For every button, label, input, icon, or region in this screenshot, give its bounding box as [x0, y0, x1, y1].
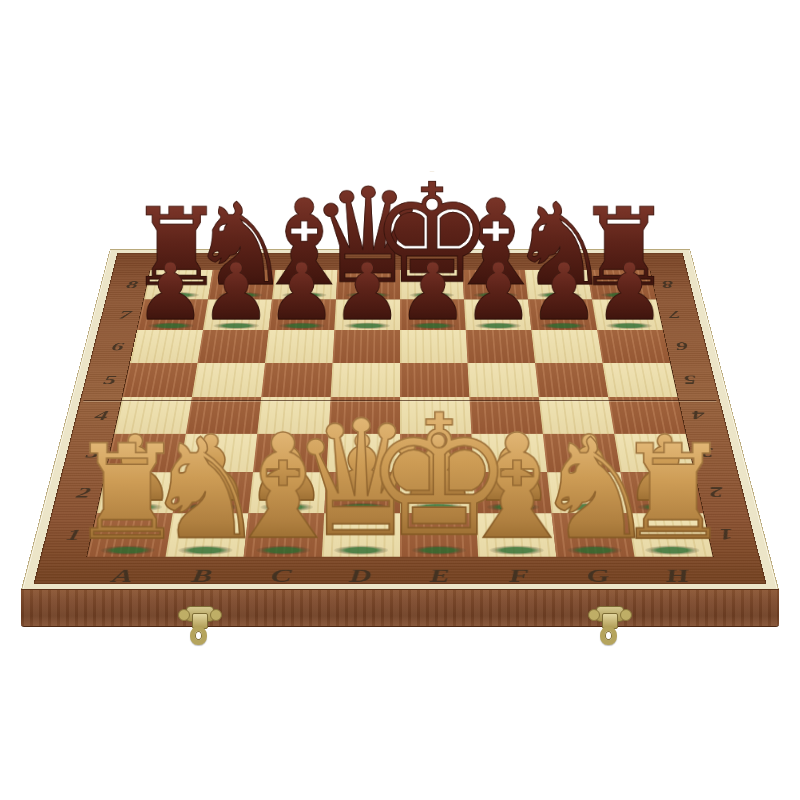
board-top: ♜♞♝♛♚♝♞♜♟♟♟♟♟♟♟♟♟♟♟♟♟♟♟♟♜♞♝♛♚♝♞♜ ABCDEFG… [22, 250, 778, 590]
file-label-G: G [557, 562, 640, 590]
clasp-right [586, 606, 632, 662]
square-a1[interactable]: ♜ [87, 513, 172, 557]
square-a5[interactable] [122, 363, 197, 397]
square-c1[interactable]: ♝ [244, 513, 325, 557]
file-label-H: H [635, 562, 720, 590]
piece-light-rook[interactable]: ♜ [49, 434, 205, 554]
file-label-F: F [478, 562, 560, 590]
file-label-C: C [240, 562, 322, 590]
rank-label-right-5: 5 [670, 363, 711, 397]
file-labels: ABCDEFGH [80, 562, 720, 590]
piece-dark-pawn[interactable]: ♟ [564, 256, 695, 328]
square-h7[interactable]: ♟ [592, 299, 663, 330]
file-label-E: E [400, 562, 480, 590]
square-g6[interactable] [531, 330, 602, 363]
board-grid: ♜♞♝♛♚♝♞♜♟♟♟♟♟♟♟♟♟♟♟♟♟♟♟♟♜♞♝♛♚♝♞♜ [87, 270, 712, 557]
piece-light-rook[interactable]: ♜ [595, 434, 751, 554]
square-e1[interactable]: ♚ [400, 513, 478, 557]
square-c6[interactable] [265, 330, 334, 363]
rank-label-right-6: 6 [663, 330, 702, 363]
square-b5[interactable] [192, 363, 265, 397]
piece-light-king[interactable]: ♚ [361, 400, 517, 554]
file-label-B: B [160, 562, 243, 590]
square-d6[interactable] [333, 330, 400, 363]
square-h5[interactable] [602, 363, 677, 397]
square-h6[interactable] [597, 330, 670, 363]
board-frame: ♜♞♝♛♚♝♞♜♟♟♟♟♟♟♟♟♟♟♟♟♟♟♟♟♜♞♝♛♚♝♞♜ ABCDEFG… [33, 253, 766, 584]
file-label-D: D [320, 562, 400, 590]
square-e6[interactable] [400, 330, 467, 363]
file-label-A: A [80, 562, 165, 590]
square-h1[interactable]: ♜ [627, 513, 712, 557]
chess-set-photo: ♜♞♝♛♚♝♞♜♟♟♟♟♟♟♟♟♟♟♟♟♟♟♟♟♜♞♝♛♚♝♞♜ ABCDEFG… [0, 0, 800, 800]
square-b6[interactable] [198, 330, 269, 363]
finial-spike-dark [436, 366, 442, 399]
square-a6[interactable] [130, 330, 203, 363]
clasp-ring-icon [600, 626, 617, 645]
piece-light-bishop[interactable]: ♝ [205, 421, 361, 554]
square-g5[interactable] [535, 363, 608, 397]
finial-spike-light [430, 144, 435, 171]
box-front-face [21, 589, 779, 627]
clasp-ring-icon [190, 626, 207, 645]
square-f6[interactable] [466, 330, 535, 363]
clasp-left [176, 606, 222, 662]
